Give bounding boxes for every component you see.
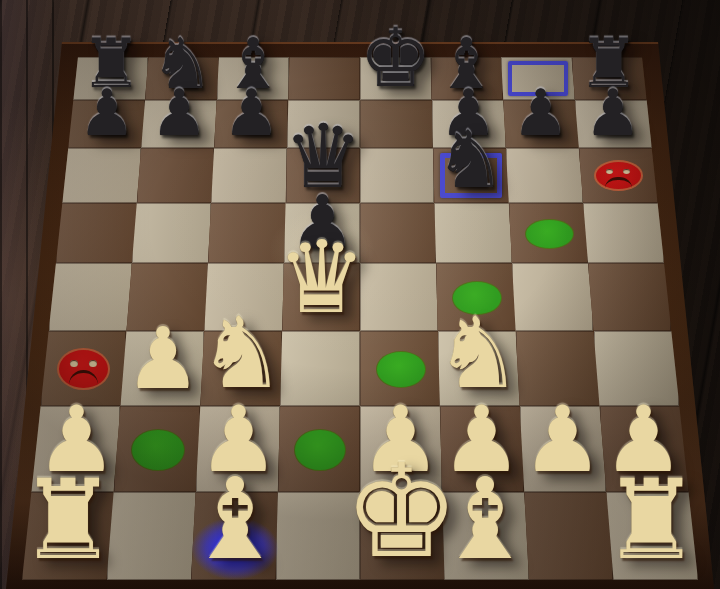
square-g1[interactable] <box>524 492 613 580</box>
square-c6[interactable] <box>211 148 287 203</box>
legal-move-dot-e3[interactable] <box>376 351 426 388</box>
sad-face-frown <box>69 370 99 385</box>
unsafe-move-indicator-h6[interactable] <box>594 160 643 191</box>
square-woodgrain <box>360 148 434 203</box>
piece-black-pawn-a7[interactable]: ♟ <box>78 81 135 145</box>
piece-black-pawn-c7[interactable]: ♟ <box>223 81 280 145</box>
piece-black-pawn-b7[interactable]: ♟ <box>151 81 208 145</box>
piece-white-rook-h1[interactable]: ♜ <box>602 465 701 575</box>
square-e7[interactable] <box>360 100 433 148</box>
square-e6[interactable] <box>360 148 434 203</box>
square-woodgrain <box>49 263 132 331</box>
square-woodgrain <box>434 203 512 263</box>
square-d8[interactable] <box>288 57 360 100</box>
sad-face-eye <box>606 169 613 174</box>
square-a6[interactable] <box>62 148 141 203</box>
square-woodgrain <box>132 203 211 263</box>
legal-move-dot-b2[interactable] <box>131 429 185 471</box>
unsafe-move-indicator-a3[interactable] <box>57 348 110 390</box>
square-e5[interactable] <box>360 203 436 263</box>
piece-white-pawn-b3[interactable]: ♟ <box>125 316 201 401</box>
square-g6[interactable] <box>506 148 583 203</box>
legal-move-dot-g5[interactable] <box>525 219 575 249</box>
piece-black-king-e8[interactable]: ♚ <box>359 19 432 100</box>
square-d3[interactable] <box>280 331 360 406</box>
piece-white-queen-d4[interactable]: ♛ <box>277 228 367 328</box>
square-woodgrain <box>288 57 360 100</box>
square-f5[interactable] <box>434 203 512 263</box>
square-g5[interactable] <box>509 203 588 263</box>
square-woodgrain <box>512 263 593 331</box>
piece-black-knight-f6[interactable]: ♞ <box>435 122 506 201</box>
square-woodgrain <box>280 331 360 406</box>
sad-face-eye <box>623 169 630 174</box>
square-h5[interactable] <box>583 203 664 263</box>
square-h4[interactable] <box>588 263 671 331</box>
square-woodgrain <box>588 263 671 331</box>
sad-face-frown <box>605 177 632 189</box>
square-a4[interactable] <box>49 263 132 331</box>
chess-app-scene: ♜♞♝♚♝♜♟♟♟♟♟♟♛♞♟♛♟♞♞♟♟♟♟♟♟♜♝♚♝♜ <box>0 0 720 589</box>
square-woodgrain <box>56 203 137 263</box>
square-woodgrain <box>583 203 664 263</box>
square-b1[interactable] <box>107 492 196 580</box>
square-woodgrain <box>506 148 583 203</box>
piece-white-bishop-c1[interactable]: ♝ <box>185 463 285 575</box>
piece-black-pawn-g7[interactable]: ♟ <box>512 81 569 145</box>
square-woodgrain <box>360 263 438 331</box>
square-woodgrain <box>524 492 613 580</box>
legal-move-dot-d2[interactable] <box>294 429 345 471</box>
piece-white-bishop-f1[interactable]: ♝ <box>435 463 535 575</box>
square-woodgrain <box>137 148 214 203</box>
square-woodgrain <box>62 148 141 203</box>
square-woodgrain <box>211 148 287 203</box>
piece-white-rook-a1[interactable]: ♜ <box>19 465 118 575</box>
piece-black-pawn-h7[interactable]: ♟ <box>584 81 641 145</box>
square-woodgrain <box>360 203 436 263</box>
sad-face-eye <box>89 360 97 367</box>
square-b5[interactable] <box>132 203 211 263</box>
square-a5[interactable] <box>56 203 137 263</box>
square-e4[interactable] <box>360 263 438 331</box>
square-b6[interactable] <box>137 148 214 203</box>
square-woodgrain <box>208 203 286 263</box>
square-c5[interactable] <box>208 203 286 263</box>
square-h6[interactable] <box>579 148 658 203</box>
sad-face-eye <box>70 360 78 367</box>
square-woodgrain <box>107 492 196 580</box>
square-g4[interactable] <box>512 263 593 331</box>
square-woodgrain <box>360 100 433 148</box>
